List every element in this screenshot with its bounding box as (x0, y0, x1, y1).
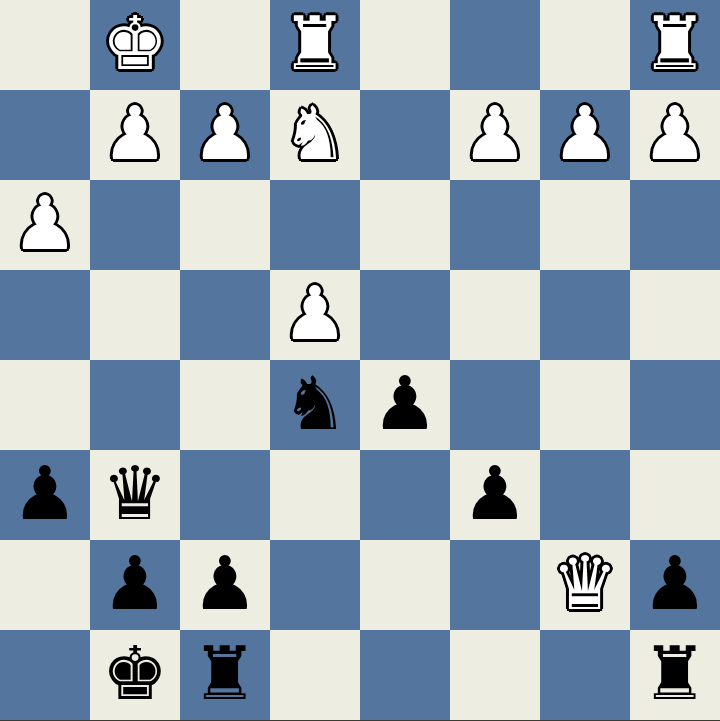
square-f8[interactable]: ♜ (180, 630, 270, 720)
piece-black-pawn[interactable]: ♟ (12, 456, 78, 530)
square-f5[interactable] (180, 360, 270, 450)
piece-white-rook[interactable]: ♜ (282, 6, 348, 80)
square-a5[interactable] (630, 360, 720, 450)
square-d4[interactable] (360, 270, 450, 360)
chess-board-panel: ♚♜♜♟♟♞♟♟♟♟♟♞♟♟♛♟♟♟♛♟♚♜♜ (0, 0, 720, 721)
square-e6[interactable] (270, 450, 360, 540)
piece-white-pawn[interactable]: ♟ (642, 96, 708, 170)
piece-white-king[interactable]: ♚ (102, 6, 168, 80)
square-c7[interactable] (450, 540, 540, 630)
square-f6[interactable] (180, 450, 270, 540)
piece-black-pawn[interactable]: ♟ (192, 546, 258, 620)
square-e3[interactable] (270, 180, 360, 270)
square-d3[interactable] (360, 180, 450, 270)
square-a6[interactable] (630, 450, 720, 540)
square-h2[interactable] (0, 90, 90, 180)
piece-white-pawn[interactable]: ♟ (462, 96, 528, 170)
square-h1[interactable] (0, 0, 90, 90)
square-b5[interactable] (540, 360, 630, 450)
piece-black-pawn[interactable]: ♟ (642, 546, 708, 620)
square-e8[interactable] (270, 630, 360, 720)
piece-black-pawn[interactable]: ♟ (462, 456, 528, 530)
square-f2[interactable]: ♟ (180, 90, 270, 180)
square-c6[interactable]: ♟ (450, 450, 540, 540)
square-d2[interactable] (360, 90, 450, 180)
piece-white-knight[interactable]: ♞ (282, 96, 348, 170)
piece-black-rook[interactable]: ♜ (642, 636, 708, 710)
square-h8[interactable] (0, 630, 90, 720)
square-b6[interactable] (540, 450, 630, 540)
square-h7[interactable] (0, 540, 90, 630)
square-e7[interactable] (270, 540, 360, 630)
square-g2[interactable]: ♟ (90, 90, 180, 180)
square-g4[interactable] (90, 270, 180, 360)
square-a8[interactable]: ♜ (630, 630, 720, 720)
square-h4[interactable] (0, 270, 90, 360)
square-b7[interactable]: ♛ (540, 540, 630, 630)
square-a3[interactable] (630, 180, 720, 270)
piece-white-pawn[interactable]: ♟ (282, 276, 348, 350)
square-g3[interactable] (90, 180, 180, 270)
square-e4[interactable]: ♟ (270, 270, 360, 360)
piece-white-queen[interactable]: ♛ (552, 546, 618, 620)
square-g5[interactable] (90, 360, 180, 450)
square-f7[interactable]: ♟ (180, 540, 270, 630)
square-d5[interactable]: ♟ (360, 360, 450, 450)
square-f1[interactable] (180, 0, 270, 90)
piece-white-pawn[interactable]: ♟ (102, 96, 168, 170)
square-c4[interactable] (450, 270, 540, 360)
square-f4[interactable] (180, 270, 270, 360)
square-b4[interactable] (540, 270, 630, 360)
piece-white-rook[interactable]: ♜ (642, 6, 708, 80)
square-d6[interactable] (360, 450, 450, 540)
square-b1[interactable] (540, 0, 630, 90)
piece-black-pawn[interactable]: ♟ (372, 366, 438, 440)
square-a4[interactable] (630, 270, 720, 360)
piece-white-pawn[interactable]: ♟ (192, 96, 258, 170)
piece-black-rook[interactable]: ♜ (192, 636, 258, 710)
square-h5[interactable] (0, 360, 90, 450)
square-a2[interactable]: ♟ (630, 90, 720, 180)
square-c3[interactable] (450, 180, 540, 270)
piece-white-pawn[interactable]: ♟ (552, 96, 618, 170)
square-c8[interactable] (450, 630, 540, 720)
square-e2[interactable]: ♞ (270, 90, 360, 180)
piece-black-king[interactable]: ♚ (102, 636, 168, 710)
piece-white-pawn[interactable]: ♟ (12, 186, 78, 260)
square-c5[interactable] (450, 360, 540, 450)
square-h3[interactable]: ♟ (0, 180, 90, 270)
square-c2[interactable]: ♟ (450, 90, 540, 180)
square-g1[interactable]: ♚ (90, 0, 180, 90)
square-g6[interactable]: ♛ (90, 450, 180, 540)
square-b8[interactable] (540, 630, 630, 720)
square-g8[interactable]: ♚ (90, 630, 180, 720)
piece-black-pawn[interactable]: ♟ (102, 546, 168, 620)
square-h6[interactable]: ♟ (0, 450, 90, 540)
square-c1[interactable] (450, 0, 540, 90)
square-e1[interactable]: ♜ (270, 0, 360, 90)
piece-black-queen[interactable]: ♛ (102, 456, 168, 530)
piece-black-knight[interactable]: ♞ (282, 366, 348, 440)
square-g7[interactable]: ♟ (90, 540, 180, 630)
square-b3[interactable] (540, 180, 630, 270)
square-d7[interactable] (360, 540, 450, 630)
square-e5[interactable]: ♞ (270, 360, 360, 450)
square-d8[interactable] (360, 630, 450, 720)
chess-board: ♚♜♜♟♟♞♟♟♟♟♟♞♟♟♛♟♟♟♛♟♚♜♜ (0, 0, 720, 720)
square-b2[interactable]: ♟ (540, 90, 630, 180)
square-a7[interactable]: ♟ (630, 540, 720, 630)
square-a1[interactable]: ♜ (630, 0, 720, 90)
square-d1[interactable] (360, 0, 450, 90)
square-f3[interactable] (180, 180, 270, 270)
